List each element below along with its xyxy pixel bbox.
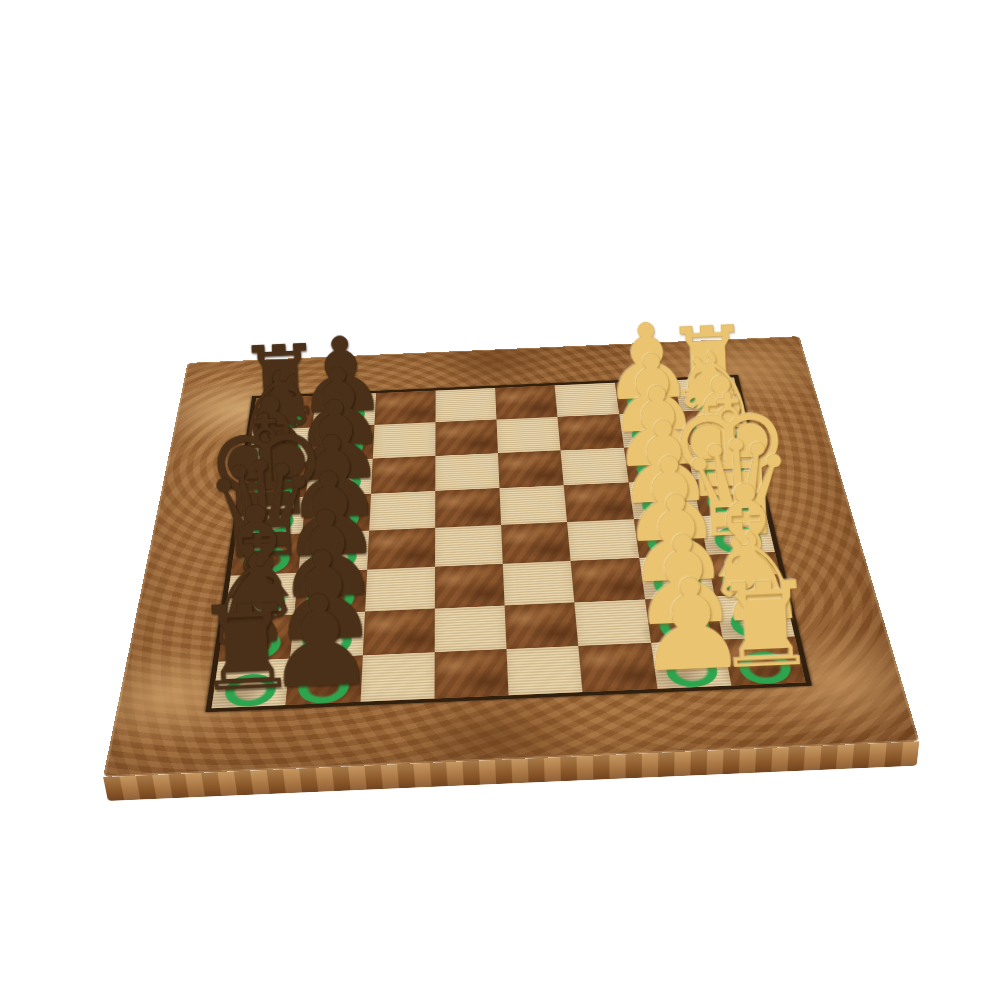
board-burl-border: ♜♟♟♜♞♟♟♞♝♟♟♝♚♟♟♚♛♟♟♛♝♟♟♝♞♟♟♞♜♟♟♜ — [103, 336, 919, 777]
square-g5[interactable] — [435, 420, 498, 456]
square-d4[interactable] — [501, 522, 571, 564]
white-pawn[interactable]: ♟ — [632, 563, 750, 687]
square-g4[interactable] — [496, 417, 560, 453]
square-d5[interactable] — [435, 525, 503, 567]
perspective-scene: ♜♟♟♜♞♟♟♞♝♟♟♝♚♟♟♚♛♟♟♛♝♟♟♝♞♟♟♞♜♟♟♜ — [0, 153, 1000, 896]
square-e5[interactable] — [435, 488, 501, 528]
square-f5[interactable] — [435, 453, 499, 491]
square-a4[interactable] — [507, 646, 583, 696]
square-h5[interactable] — [435, 388, 496, 422]
square-h4[interactable] — [495, 385, 558, 419]
board-squares: ♜♟♟♜♞♟♟♞♝♟♟♝♚♟♟♚♛♟♟♛♝♟♟♝♞♟♟♞♜♟♟♜ — [212, 378, 806, 709]
product-photo-stage: ♜♟♟♜♞♟♟♞♝♟♟♝♚♟♟♚♛♟♟♛♝♟♟♝♞♟♟♞♜♟♟♜ — [0, 0, 1000, 1000]
square-a2[interactable]: ♟ — [651, 640, 732, 689]
chess-board: ♜♟♟♜♞♟♟♞♝♟♟♝♚♟♟♚♛♟♟♛♝♟♟♝♞♟♟♞♜♟♟♜ — [103, 336, 919, 777]
board-frame: ♜♟♟♜♞♟♟♞♝♟♟♝♚♟♟♚♛♟♟♛♝♟♟♝♞♟♟♞♜♟♟♜ — [205, 375, 812, 712]
square-a7[interactable]: ♟ — [286, 655, 363, 705]
square-c5[interactable] — [435, 564, 505, 608]
square-f4[interactable] — [498, 450, 564, 488]
board-front-edge — [103, 741, 919, 801]
board-rotation-wrapper: ♜♟♟♜♞♟♟♞♝♟♟♝♚♟♟♚♛♟♟♛♝♟♟♝♞♟♟♞♜♟♟♜ — [0, 0, 1000, 1000]
black-pawn[interactable]: ♟ — [262, 579, 380, 703]
square-b4[interactable] — [505, 602, 579, 649]
square-c4[interactable] — [503, 561, 575, 605]
square-e4[interactable] — [499, 485, 567, 525]
square-b5[interactable] — [434, 605, 506, 652]
square-a5[interactable] — [434, 649, 508, 699]
